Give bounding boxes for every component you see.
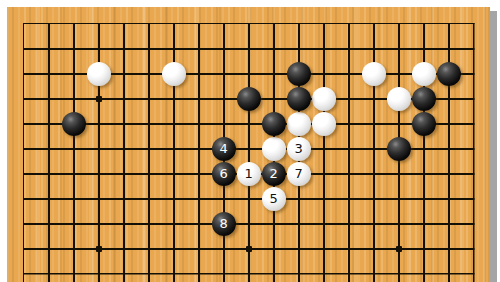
black-stone: [437, 62, 461, 86]
white-stone: [312, 87, 336, 111]
star-point: [246, 246, 252, 252]
move-number: 4: [220, 142, 228, 155]
go-board: 43612758: [7, 7, 490, 282]
move-2-black-stone: 2: [262, 162, 286, 186]
move-number: 5: [270, 192, 278, 205]
move-number: 2: [270, 167, 278, 180]
move-5-white-stone: 5: [262, 187, 286, 211]
move-7-white-stone: 7: [287, 162, 311, 186]
black-stone: [262, 112, 286, 136]
move-number: 8: [220, 217, 228, 230]
white-stone: [387, 87, 411, 111]
white-stone: [162, 62, 186, 86]
star-point: [96, 246, 102, 252]
move-4-black-stone: 4: [212, 137, 236, 161]
star-point: [96, 96, 102, 102]
black-stone: [412, 112, 436, 136]
black-stone: [287, 62, 311, 86]
black-stone: [62, 112, 86, 136]
move-6-black-stone: 6: [212, 162, 236, 186]
black-stone: [237, 87, 261, 111]
black-stone: [387, 137, 411, 161]
move-8-black-stone: 8: [212, 212, 236, 236]
white-stone: [287, 112, 311, 136]
white-stone: [362, 62, 386, 86]
move-number: 3: [295, 142, 303, 155]
black-stone: [412, 87, 436, 111]
white-stone: [262, 137, 286, 161]
board-drop-shadow: [490, 11, 497, 282]
move-1-white-stone: 1: [237, 162, 261, 186]
black-stone: [287, 87, 311, 111]
white-stone: [412, 62, 436, 86]
move-number: 6: [220, 167, 228, 180]
move-3-white-stone: 3: [287, 137, 311, 161]
white-stone: [312, 112, 336, 136]
move-number: 7: [295, 167, 303, 180]
move-number: 1: [245, 167, 253, 180]
go-diagram: 43612758: [0, 0, 500, 282]
white-stone: [87, 62, 111, 86]
star-point: [396, 246, 402, 252]
